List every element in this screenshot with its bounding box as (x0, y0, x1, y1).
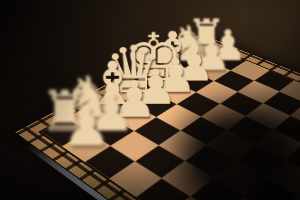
out-of-focus-foreground (154, 84, 300, 200)
piece-glyph: ♟ (62, 100, 110, 154)
chess-set-photo: ♜♞♝♛♚♝♞♜♟♟♟♟♟♟♟♟ (0, 0, 300, 200)
